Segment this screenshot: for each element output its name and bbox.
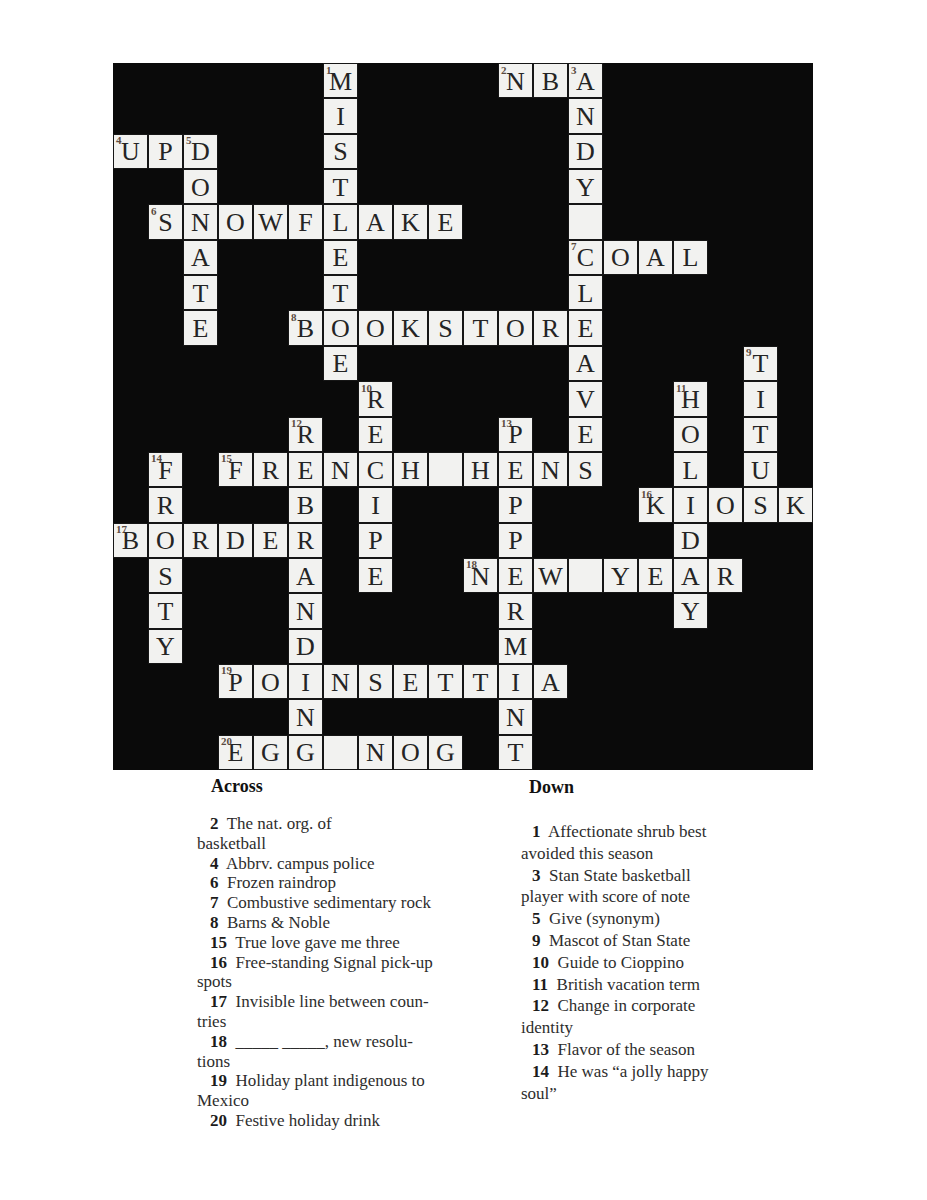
cell-letter: G <box>436 738 455 766</box>
cell-letter: O <box>716 491 735 519</box>
cell-r14c15: E <box>638 558 673 593</box>
cell-r3c2: O <box>183 169 218 204</box>
across-clue-8: 8 Barns & Noble <box>197 913 487 933</box>
cell-letter: S <box>753 491 767 519</box>
cell-letter: S <box>158 562 172 590</box>
cell-r12c11: P <box>498 487 533 522</box>
cell-letter: W <box>538 562 563 590</box>
cell-letter: E <box>333 243 349 271</box>
cell-r13c2: R <box>183 523 218 558</box>
cell-r4c5: F <box>288 204 323 239</box>
cell-r13c16: D <box>673 523 708 558</box>
down-clue-11: 11 British vacation term <box>521 974 821 996</box>
cell-r9c13: V <box>568 381 603 416</box>
cell-letter: T <box>473 668 489 696</box>
cell-r13c11: P <box>498 523 533 558</box>
cell-letter: R <box>262 456 279 484</box>
cell-letter: A <box>681 562 700 590</box>
cell-r16c11: M <box>498 629 533 664</box>
cell-r2c6: S <box>323 134 358 169</box>
across-clue-15: 15 True love gave me three <box>197 933 487 953</box>
across-clues: Across 2 The nat. org. ofbasketball4 Abb… <box>197 776 487 1131</box>
cell-letter: O <box>156 526 175 554</box>
cell-letter: Y <box>576 173 595 201</box>
clue-number: 14 <box>151 453 162 464</box>
cell-r6c2: T <box>183 275 218 310</box>
cell-r0c11: 2N <box>498 63 533 98</box>
cell-letter: D <box>576 137 595 165</box>
clue-number: 5 <box>186 135 192 146</box>
cell-r15c16: Y <box>673 593 708 628</box>
cell-letter: F <box>298 208 312 236</box>
cell-letter: E <box>508 456 524 484</box>
cell-letter: R <box>157 491 174 519</box>
cell-r11c13: S <box>568 452 603 487</box>
cell-letter: M <box>504 632 527 660</box>
clue-number: 16 <box>641 489 652 500</box>
cell-r16c1: Y <box>148 629 183 664</box>
down-header: Down <box>529 776 821 798</box>
down-clue-12: 12 Change in corporateidentity <box>521 995 821 1039</box>
cell-r2c0: 4U <box>113 134 148 169</box>
cell-letter: H <box>401 456 420 484</box>
cell-letter: N <box>366 738 385 766</box>
cell-r0c6: 1M <box>323 63 358 98</box>
cell-letter: B <box>297 491 314 519</box>
cell-letter: A <box>576 67 595 95</box>
cell-r10c11: 13P <box>498 417 533 452</box>
cell-r19c3: 20E <box>218 735 253 770</box>
cell-letter: L <box>333 208 349 236</box>
cell-r6c6: T <box>323 275 358 310</box>
cell-letter: E <box>438 208 454 236</box>
cell-r17c5: I <box>288 664 323 699</box>
cell-r11c3: 15F <box>218 452 253 487</box>
clue-number: 4 <box>116 135 122 146</box>
cell-letter: N <box>576 102 595 130</box>
cell-letter: R <box>507 597 524 625</box>
cell-letter: Y <box>681 597 700 625</box>
cell-letter: R <box>297 526 314 554</box>
cell-r1c13: N <box>568 98 603 133</box>
down-clue-3: 3 Stan State basketballplayer with score… <box>521 865 821 909</box>
cell-letter: O <box>366 314 385 342</box>
cell-r4c2: N <box>183 204 218 239</box>
cell-r12c17: O <box>708 487 743 522</box>
cell-r8c13: A <box>568 346 603 381</box>
cell-letter: T <box>193 279 209 307</box>
cell-r11c6: N <box>323 452 358 487</box>
cell-r10c7: E <box>358 417 393 452</box>
down-clues: Down 1 Affectionate shrub bestavoided th… <box>521 776 821 1104</box>
cell-r11c12: N <box>533 452 568 487</box>
down-clue-14: 14 He was “a jolly happysoul” <box>521 1061 821 1105</box>
cell-letter: L <box>683 456 699 484</box>
cell-r15c5: N <box>288 593 323 628</box>
cell-letter: E <box>193 314 209 342</box>
cell-r11c5: E <box>288 452 323 487</box>
clue-number: 19 <box>221 665 232 676</box>
cell-r5c16: L <box>673 240 708 275</box>
cell-r4c13 <box>568 204 603 239</box>
clue-number: 18 <box>466 559 477 570</box>
cell-r6c13: L <box>568 275 603 310</box>
cell-letter: I <box>756 385 765 413</box>
cell-r4c6: L <box>323 204 358 239</box>
cell-letter: I <box>371 491 380 519</box>
cell-r12c5: B <box>288 487 323 522</box>
cell-r14c12: W <box>533 558 568 593</box>
cell-r9c16: 11H <box>673 381 708 416</box>
cell-letter: A <box>191 243 210 271</box>
cell-r7c2: E <box>183 310 218 345</box>
cell-letter: T <box>333 173 349 201</box>
cell-r11c11: E <box>498 452 533 487</box>
cell-letter: A <box>366 208 385 236</box>
cell-letter: I <box>301 668 310 696</box>
cell-r3c13: Y <box>568 169 603 204</box>
clue-number: 12 <box>291 418 302 429</box>
cell-letter: K <box>786 491 805 519</box>
cell-letter: H <box>471 456 490 484</box>
cell-r4c8: K <box>393 204 428 239</box>
cell-r5c6: E <box>323 240 358 275</box>
across-clue-4: 4 Abbrv. campus police <box>197 854 487 874</box>
cell-r13c4: E <box>253 523 288 558</box>
cell-letter: E <box>368 562 384 590</box>
cell-r9c18: I <box>743 381 778 416</box>
cell-letter: O <box>506 314 525 342</box>
clue-number: 10 <box>361 383 372 394</box>
cell-letter: R <box>192 526 209 554</box>
cell-r11c7: C <box>358 452 393 487</box>
across-clue-18: 18 _____ _____, new resolu-tions <box>197 1032 487 1072</box>
cell-r4c4: W <box>253 204 288 239</box>
cell-r19c4: G <box>253 735 288 770</box>
cell-letter: P <box>508 526 522 554</box>
cell-r7c10: T <box>463 310 498 345</box>
cell-r8c6: E <box>323 346 358 381</box>
cell-letter: E <box>648 562 664 590</box>
cell-letter: N <box>331 668 350 696</box>
cell-letter: R <box>542 314 559 342</box>
cell-r17c9: T <box>428 664 463 699</box>
cell-r5c15: A <box>638 240 673 275</box>
cell-letter: S <box>438 314 452 342</box>
cell-letter: L <box>578 279 594 307</box>
clue-number: 7 <box>571 241 577 252</box>
cell-letter: T <box>753 420 769 448</box>
cell-r15c1: T <box>148 593 183 628</box>
cell-r14c11: E <box>498 558 533 593</box>
cell-r13c1: O <box>148 523 183 558</box>
cell-letter: K <box>401 314 420 342</box>
cell-r17c11: I <box>498 664 533 699</box>
cell-r17c8: E <box>393 664 428 699</box>
cell-letter: S <box>158 208 172 236</box>
cell-r7c8: K <box>393 310 428 345</box>
cell-letter: N <box>296 703 315 731</box>
cell-r14c10: 18N <box>463 558 498 593</box>
cell-letter: E <box>333 349 349 377</box>
cell-letter: O <box>401 738 420 766</box>
cell-letter: N <box>191 208 210 236</box>
down-list: 1 Affectionate shrub bestavoided this se… <box>521 821 821 1104</box>
cell-letter: I <box>511 668 520 696</box>
cell-letter: Y <box>611 562 630 590</box>
cell-letter: A <box>646 243 665 271</box>
cell-letter: T <box>753 349 769 377</box>
cell-letter: E <box>578 314 594 342</box>
cell-letter: U <box>121 137 140 165</box>
cell-letter: B <box>542 67 559 95</box>
across-list: 2 The nat. org. ofbasketball4 Abbrv. cam… <box>197 814 487 1131</box>
cell-r12c15: 16K <box>638 487 673 522</box>
cell-r17c12: A <box>533 664 568 699</box>
cell-letter: A <box>541 668 560 696</box>
cell-r4c1: 6S <box>148 204 183 239</box>
cell-letter: V <box>576 385 595 413</box>
cell-letter: O <box>331 314 350 342</box>
cell-letter: D <box>226 526 245 554</box>
cell-r8c18: 9T <box>743 346 778 381</box>
cell-r5c14: O <box>603 240 638 275</box>
cell-letter: O <box>226 208 245 236</box>
cell-r7c13: E <box>568 310 603 345</box>
cell-r12c19: K <box>778 487 813 522</box>
cell-letter: C <box>577 243 594 271</box>
cell-letter: P <box>158 137 172 165</box>
cell-r7c11: O <box>498 310 533 345</box>
cell-r14c1: S <box>148 558 183 593</box>
cell-r17c4: O <box>253 664 288 699</box>
cell-r11c4: R <box>253 452 288 487</box>
cell-letter: G <box>296 738 315 766</box>
cell-letter: T <box>508 738 524 766</box>
cell-letter: T <box>333 279 349 307</box>
down-clue-13: 13 Flavor of the season <box>521 1039 821 1061</box>
cell-letter: I <box>686 491 695 519</box>
clue-number: 1 <box>326 65 332 76</box>
cell-letter: A <box>296 562 315 590</box>
cell-letter: N <box>541 456 560 484</box>
across-clue-20: 20 Festive holiday drink <box>197 1111 487 1131</box>
clue-number: 11 <box>676 383 686 394</box>
cell-letter: I <box>336 102 345 130</box>
crossword-board: 1M2NB3AIN4UP5DSDOTY6SNOWFLAKEAE7COALTTLE… <box>113 63 813 770</box>
cell-r19c6 <box>323 735 358 770</box>
cell-r2c1: P <box>148 134 183 169</box>
cell-letter: E <box>368 420 384 448</box>
cell-r17c6: N <box>323 664 358 699</box>
down-clue-5: 5 Give (synonym) <box>521 908 821 930</box>
cell-letter: S <box>578 456 592 484</box>
across-clue-7: 7 Combustive sedimentary rock <box>197 893 487 913</box>
cell-r7c7: O <box>358 310 393 345</box>
cell-r17c3: 19P <box>218 664 253 699</box>
cell-r14c17: R <box>708 558 743 593</box>
cell-r9c7: 10R <box>358 381 393 416</box>
cell-letter: S <box>368 668 382 696</box>
cell-letter: N <box>506 703 525 731</box>
cell-letter: E <box>263 526 279 554</box>
cell-r4c7: A <box>358 204 393 239</box>
cell-letter: R <box>717 562 734 590</box>
cell-letter: O <box>681 420 700 448</box>
cell-letter: W <box>258 208 283 236</box>
cell-r7c6: O <box>323 310 358 345</box>
cell-r15c11: R <box>498 593 533 628</box>
cell-r2c13: D <box>568 134 603 169</box>
cell-letter: N <box>506 67 525 95</box>
across-clue-16: 16 Free-standing Signal pick-upspots <box>197 953 487 993</box>
cell-r17c10: T <box>463 664 498 699</box>
cell-r11c16: L <box>673 452 708 487</box>
cell-r12c7: I <box>358 487 393 522</box>
cell-r4c9: E <box>428 204 463 239</box>
cell-r4c3: O <box>218 204 253 239</box>
cell-letter: P <box>508 491 522 519</box>
cell-r18c5: N <box>288 699 323 734</box>
clue-number: 15 <box>221 453 232 464</box>
clue-number: 9 <box>746 347 752 358</box>
cell-letter: O <box>261 668 280 696</box>
cell-letter: U <box>751 456 770 484</box>
cell-r19c9: G <box>428 735 463 770</box>
cell-r2c2: 5D <box>183 134 218 169</box>
cell-r13c5: R <box>288 523 323 558</box>
cell-letter: L <box>683 243 699 271</box>
cell-r3c6: T <box>323 169 358 204</box>
clue-number: 17 <box>116 524 127 535</box>
cell-r11c9 <box>428 452 463 487</box>
cell-r10c5: 12R <box>288 417 323 452</box>
cell-letter: T <box>473 314 489 342</box>
cell-letter: N <box>296 597 315 625</box>
cell-r12c18: S <box>743 487 778 522</box>
cell-letter: A <box>576 349 595 377</box>
across-header: Across <box>211 776 487 796</box>
cell-r7c12: R <box>533 310 568 345</box>
cell-letter: D <box>191 137 210 165</box>
across-clue-6: 6 Frozen raindrop <box>197 873 487 893</box>
cell-r16c5: D <box>288 629 323 664</box>
cell-r11c8: H <box>393 452 428 487</box>
cell-r14c14: Y <box>603 558 638 593</box>
cell-letter: D <box>681 526 700 554</box>
cell-letter: E <box>578 420 594 448</box>
cell-letter: B <box>297 314 314 342</box>
cell-r7c5: 8B <box>288 310 323 345</box>
clue-number: 3 <box>571 65 577 76</box>
cell-r10c13: E <box>568 417 603 452</box>
cell-r0c12: B <box>533 63 568 98</box>
clue-number: 2 <box>501 65 507 76</box>
cell-letter: K <box>401 208 420 236</box>
cell-r13c0: 17B <box>113 523 148 558</box>
cell-r19c11: T <box>498 735 533 770</box>
cell-r12c16: I <box>673 487 708 522</box>
cell-r19c8: O <box>393 735 428 770</box>
cell-r7c9: S <box>428 310 463 345</box>
cell-r11c1: 14F <box>148 452 183 487</box>
across-clue-17: 17 Invisible line between coun-tries <box>197 992 487 1032</box>
cell-letter: T <box>158 597 174 625</box>
cell-r14c5: A <box>288 558 323 593</box>
clue-number: 20 <box>221 736 232 747</box>
cell-r11c18: U <box>743 452 778 487</box>
down-clue-10: 10 Guide to Cioppino <box>521 952 821 974</box>
down-clue-1: 1 Affectionate shrub bestavoided this se… <box>521 821 821 865</box>
cell-letter: P <box>368 526 382 554</box>
cell-r13c3: D <box>218 523 253 558</box>
cell-r10c18: T <box>743 417 778 452</box>
cell-letter: D <box>296 632 315 660</box>
cell-letter: E <box>403 668 419 696</box>
clue-number: 13 <box>501 418 512 429</box>
cell-letter: T <box>438 668 454 696</box>
cell-r1c6: I <box>323 98 358 133</box>
cell-letter: O <box>191 173 210 201</box>
cell-letter: Y <box>156 632 175 660</box>
clue-number: 8 <box>291 312 297 323</box>
cell-r14c13 <box>568 558 603 593</box>
across-clue-19: 19 Holiday plant indigenous toMexico <box>197 1071 487 1111</box>
cell-letter: S <box>333 137 347 165</box>
cell-r14c7: E <box>358 558 393 593</box>
down-clue-9: 9 Mascot of Stan State <box>521 930 821 952</box>
cell-r5c13: 7C <box>568 240 603 275</box>
cell-r13c7: P <box>358 523 393 558</box>
cell-r0c13: 3A <box>568 63 603 98</box>
cell-letter: N <box>331 456 350 484</box>
page: 1M2NB3AIN4UP5DSDOTY6SNOWFLAKEAE7COALTTLE… <box>0 0 927 1200</box>
cell-r14c16: A <box>673 558 708 593</box>
cell-letter: E <box>508 562 524 590</box>
cell-r19c7: N <box>358 735 393 770</box>
cell-letter: C <box>367 456 384 484</box>
cell-letter: M <box>329 67 352 95</box>
cell-r10c16: O <box>673 417 708 452</box>
cell-r11c10: H <box>463 452 498 487</box>
cell-r12c1: R <box>148 487 183 522</box>
cell-r17c7: S <box>358 664 393 699</box>
across-clue-2: 2 The nat. org. ofbasketball <box>197 814 487 854</box>
cell-letter: O <box>611 243 630 271</box>
clue-number: 6 <box>151 206 157 217</box>
cell-letter: G <box>261 738 280 766</box>
cell-r19c5: G <box>288 735 323 770</box>
cell-r18c11: N <box>498 699 533 734</box>
cell-letter: E <box>298 456 314 484</box>
cell-r5c2: A <box>183 240 218 275</box>
